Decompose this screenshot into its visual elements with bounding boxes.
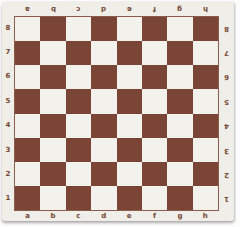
square-a6[interactable] xyxy=(15,65,40,89)
square-a3[interactable] xyxy=(15,138,40,162)
square-g7[interactable] xyxy=(167,41,192,65)
square-g2[interactable] xyxy=(167,162,192,186)
square-e6[interactable] xyxy=(117,65,142,89)
file-label-top-g: g xyxy=(167,2,192,15)
square-b5[interactable] xyxy=(40,89,65,113)
rank-label-right-7: 7 xyxy=(219,40,234,64)
square-h5[interactable] xyxy=(193,89,218,113)
square-h6[interactable] xyxy=(193,65,218,89)
rank-label-right-6: 6 xyxy=(219,65,234,89)
square-b2[interactable] xyxy=(40,162,65,186)
square-g8[interactable] xyxy=(167,17,192,41)
square-d5[interactable] xyxy=(91,89,116,113)
file-label-top-a: a xyxy=(15,2,40,15)
file-label-bottom-d: d xyxy=(91,211,116,221)
square-d7[interactable] xyxy=(91,41,116,65)
square-a7[interactable] xyxy=(15,41,40,65)
square-a5[interactable] xyxy=(15,89,40,113)
square-g3[interactable] xyxy=(167,138,192,162)
file-label-top-b: b xyxy=(40,2,65,15)
square-g1[interactable] xyxy=(167,186,192,210)
square-f8[interactable] xyxy=(142,17,167,41)
square-f4[interactable] xyxy=(142,114,167,138)
square-c1[interactable] xyxy=(66,186,91,210)
square-f6[interactable] xyxy=(142,65,167,89)
square-h2[interactable] xyxy=(193,162,218,186)
square-e3[interactable] xyxy=(117,138,142,162)
photo-background: abcdefgh abcdefgh 87654321 87654321 xyxy=(0,0,240,227)
square-h3[interactable] xyxy=(193,138,218,162)
rank-label-left-5: 5 xyxy=(2,89,14,113)
square-c5[interactable] xyxy=(66,89,91,113)
file-label-bottom-e: e xyxy=(117,211,142,221)
square-c3[interactable] xyxy=(66,138,91,162)
square-a4[interactable] xyxy=(15,114,40,138)
file-labels-bottom: abcdefgh xyxy=(15,211,218,221)
rank-label-right-3: 3 xyxy=(219,138,234,162)
square-b4[interactable] xyxy=(40,114,65,138)
square-a1[interactable] xyxy=(15,186,40,210)
square-g5[interactable] xyxy=(167,89,192,113)
rank-label-left-3: 3 xyxy=(2,138,14,162)
file-label-top-h: h xyxy=(193,2,218,15)
square-a8[interactable] xyxy=(15,17,40,41)
square-a2[interactable] xyxy=(15,162,40,186)
rank-label-right-5: 5 xyxy=(219,89,234,113)
file-label-bottom-a: a xyxy=(15,211,40,221)
square-d3[interactable] xyxy=(91,138,116,162)
rank-label-right-4: 4 xyxy=(219,114,234,138)
square-d2[interactable] xyxy=(91,162,116,186)
rank-labels-left: 87654321 xyxy=(2,16,14,211)
rank-label-right-1: 1 xyxy=(219,187,234,211)
file-label-bottom-h: h xyxy=(193,211,218,221)
file-label-bottom-b: b xyxy=(40,211,65,221)
square-e2[interactable] xyxy=(117,162,142,186)
square-f1[interactable] xyxy=(142,186,167,210)
square-f3[interactable] xyxy=(142,138,167,162)
rank-label-right-2: 2 xyxy=(219,162,234,186)
square-h1[interactable] xyxy=(193,186,218,210)
board-frame xyxy=(14,16,219,211)
square-d8[interactable] xyxy=(91,17,116,41)
square-e5[interactable] xyxy=(117,89,142,113)
file-label-bottom-c: c xyxy=(66,211,91,221)
rank-label-left-6: 6 xyxy=(2,65,14,89)
rank-label-left-2: 2 xyxy=(2,162,14,186)
file-label-top-c: c xyxy=(66,2,91,15)
rank-label-left-7: 7 xyxy=(2,40,14,64)
square-c8[interactable] xyxy=(66,17,91,41)
rank-label-right-8: 8 xyxy=(219,16,234,40)
chess-board xyxy=(15,17,218,210)
square-d4[interactable] xyxy=(91,114,116,138)
square-f5[interactable] xyxy=(142,89,167,113)
square-d1[interactable] xyxy=(91,186,116,210)
vinyl-chess-mat: abcdefgh abcdefgh 87654321 87654321 xyxy=(2,2,234,221)
square-h4[interactable] xyxy=(193,114,218,138)
rank-label-left-1: 1 xyxy=(2,187,14,211)
file-label-bottom-g: g xyxy=(167,211,192,221)
square-c6[interactable] xyxy=(66,65,91,89)
square-e7[interactable] xyxy=(117,41,142,65)
rank-labels-right: 87654321 xyxy=(219,16,234,211)
square-h8[interactable] xyxy=(193,17,218,41)
square-b7[interactable] xyxy=(40,41,65,65)
file-label-top-f: f xyxy=(142,2,167,15)
file-labels-top: abcdefgh xyxy=(15,2,218,15)
file-label-top-e: e xyxy=(117,2,142,15)
square-b1[interactable] xyxy=(40,186,65,210)
square-b8[interactable] xyxy=(40,17,65,41)
square-g6[interactable] xyxy=(167,65,192,89)
square-b6[interactable] xyxy=(40,65,65,89)
rank-label-left-8: 8 xyxy=(2,16,14,40)
square-f7[interactable] xyxy=(142,41,167,65)
square-c7[interactable] xyxy=(66,41,91,65)
square-g4[interactable] xyxy=(167,114,192,138)
square-f2[interactable] xyxy=(142,162,167,186)
square-e4[interactable] xyxy=(117,114,142,138)
file-label-bottom-f: f xyxy=(142,211,167,221)
square-e8[interactable] xyxy=(117,17,142,41)
rank-label-left-4: 4 xyxy=(2,114,14,138)
square-b3[interactable] xyxy=(40,138,65,162)
square-c2[interactable] xyxy=(66,162,91,186)
square-e1[interactable] xyxy=(117,186,142,210)
square-d6[interactable] xyxy=(91,65,116,89)
square-c4[interactable] xyxy=(66,114,91,138)
square-h7[interactable] xyxy=(193,41,218,65)
file-label-top-d: d xyxy=(91,2,116,15)
